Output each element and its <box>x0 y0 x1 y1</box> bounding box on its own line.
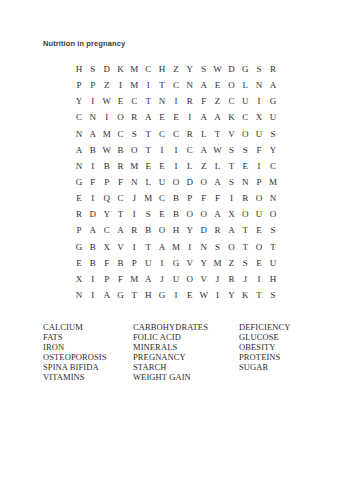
grid-cell-r12c3: X <box>100 239 114 255</box>
grid-cell-r11c5: R <box>127 222 141 238</box>
grid-cell-r6c4: B <box>114 142 128 158</box>
word-list-column-1: CALCIUMFATSIRONOSTEOPOROSISSPINA BIFIDAV… <box>43 322 133 383</box>
grid-cell-r4c3: I <box>100 109 114 125</box>
grid-cell-r7c3: B <box>100 158 114 174</box>
grid-cell-r4c5: R <box>127 109 141 125</box>
grid-cell-r4c2: N <box>86 109 100 125</box>
grid-cell-r2c13: L <box>238 77 252 93</box>
word-list-item: DEFICIENCY <box>239 322 319 332</box>
grid-cell-r8c2: F <box>86 174 100 190</box>
grid-cell-r9c6: M <box>141 190 155 206</box>
grid-cell-r1c3: D <box>100 61 114 77</box>
grid-cell-r3c5: C <box>127 93 141 109</box>
grid-cell-r12c7: A <box>155 239 169 255</box>
grid-cell-r14c9: O <box>183 271 197 287</box>
grid-cell-r11c9: Y <box>183 222 197 238</box>
grid-cell-r6c7: I <box>155 142 169 158</box>
grid-cell-r5c12: V <box>224 126 238 142</box>
grid-cell-r11c13: T <box>238 222 252 238</box>
grid-cell-r12c12: O <box>224 239 238 255</box>
word-list-item: CARBOHYDRATES <box>133 322 239 332</box>
grid-cell-r14c13: J <box>238 271 252 287</box>
grid-cell-r13c12: Z <box>224 255 238 271</box>
grid-cell-r14c8: U <box>169 271 183 287</box>
word-list-item: CALCIUM <box>43 322 133 332</box>
grid-cell-r5c7: C <box>155 126 169 142</box>
grid-cell-r15c13: K <box>238 287 252 303</box>
puzzle-title: Nutrition in pregnancy <box>43 39 125 48</box>
grid-cell-r15c7: G <box>155 287 169 303</box>
grid-cell-r1c10: S <box>197 61 211 77</box>
grid-cell-r6c5: O <box>127 142 141 158</box>
grid-cell-r4c10: A <box>197 109 211 125</box>
grid-cell-r12c2: B <box>86 239 100 255</box>
word-list-item: SUGAR <box>239 362 319 372</box>
grid-cell-r5c8: C <box>169 126 183 142</box>
grid-cell-r1c6: C <box>141 61 155 77</box>
grid-cell-r9c12: I <box>224 190 238 206</box>
grid-cell-r1c2: S <box>86 61 100 77</box>
grid-cell-r15c5: T <box>127 287 141 303</box>
grid-cell-r13c5: P <box>127 255 141 271</box>
grid-cell-r6c1: A <box>72 142 86 158</box>
grid-cell-r3c7: N <box>155 93 169 109</box>
grid-cell-r7c14: I <box>252 158 266 174</box>
grid-cell-r14c10: V <box>197 271 211 287</box>
grid-cell-r13c10: Y <box>197 255 211 271</box>
grid-cell-r2c5: M <box>127 77 141 93</box>
word-list-item: PREGNANCY <box>133 352 239 362</box>
grid-cell-r7c2: I <box>86 158 100 174</box>
grid-cell-r15c1: N <box>72 287 86 303</box>
grid-cell-r2c3: Z <box>100 77 114 93</box>
grid-cell-r5c9: R <box>183 126 197 142</box>
grid-cell-r11c10: D <box>197 222 211 238</box>
grid-cell-r6c13: S <box>238 142 252 158</box>
grid-cell-r3c15: G <box>266 93 280 109</box>
grid-cell-r14c5: M <box>127 271 141 287</box>
grid-cell-r4c4: O <box>114 109 128 125</box>
grid-cell-r4c1: C <box>72 109 86 125</box>
word-list-item: GLUCOSE <box>239 332 319 342</box>
grid-cell-r3c9: R <box>183 93 197 109</box>
grid-cell-r9c2: I <box>86 190 100 206</box>
grid-cell-r11c15: S <box>266 222 280 238</box>
grid-cell-r8c10: O <box>197 174 211 190</box>
grid-cell-r10c10: O <box>197 206 211 222</box>
grid-cell-r3c11: Z <box>211 93 225 109</box>
grid-cell-r13c6: U <box>141 255 155 271</box>
grid-cell-r11c3: C <box>100 222 114 238</box>
grid-cell-r10c1: R <box>72 206 86 222</box>
grid-cell-r10c2: D <box>86 206 100 222</box>
word-search-grid: HSDKMCHZYSWDGSRPPZIMITCNAEOLNAYIWECTNIRF… <box>72 61 280 303</box>
grid-cell-r13c15: U <box>266 255 280 271</box>
grid-cell-r10c13: O <box>238 206 252 222</box>
grid-cell-r10c4: T <box>114 206 128 222</box>
grid-cell-r2c15: A <box>266 77 280 93</box>
word-list-item: SPINA BIFIDA <box>43 362 133 372</box>
grid-cell-r13c11: M <box>211 255 225 271</box>
grid-cell-r6c15: Y <box>266 142 280 158</box>
grid-cell-r14c15: H <box>266 271 280 287</box>
grid-cell-r2c12: O <box>224 77 238 93</box>
grid-cell-r6c8: I <box>169 142 183 158</box>
grid-cell-r7c12: T <box>224 158 238 174</box>
grid-cell-r12c10: N <box>197 239 211 255</box>
grid-cell-r9c1: E <box>72 190 86 206</box>
grid-cell-r14c2: I <box>86 271 100 287</box>
grid-cell-r8c15: M <box>266 174 280 190</box>
grid-cell-r15c9: E <box>183 287 197 303</box>
grid-cell-r2c2: P <box>86 77 100 93</box>
grid-cell-r8c6: L <box>141 174 155 190</box>
grid-cell-r7c15: C <box>266 158 280 174</box>
word-list-item: WEIGHT GAIN <box>133 372 239 382</box>
grid-cell-r5c15: S <box>266 126 280 142</box>
grid-cell-r13c7: I <box>155 255 169 271</box>
grid-cell-r11c2: A <box>86 222 100 238</box>
grid-cell-r4c7: E <box>155 109 169 125</box>
grid-cell-r8c12: S <box>224 174 238 190</box>
grid-cell-r4c13: C <box>238 109 252 125</box>
grid-cell-r8c7: U <box>155 174 169 190</box>
grid-cell-r14c6: A <box>141 271 155 287</box>
grid-cell-r3c2: I <box>86 93 100 109</box>
grid-cell-r12c4: V <box>114 239 128 255</box>
grid-cell-r7c7: E <box>155 158 169 174</box>
grid-cell-r10c14: U <box>252 206 266 222</box>
grid-cell-r10c7: E <box>155 206 169 222</box>
word-list-item: VITAMINS <box>43 372 133 382</box>
grid-cell-r9c14: O <box>252 190 266 206</box>
grid-cell-r8c4: F <box>114 174 128 190</box>
grid-cell-r5c13: O <box>238 126 252 142</box>
grid-cell-r10c11: A <box>211 206 225 222</box>
grid-cell-r15c11: I <box>211 287 225 303</box>
grid-cell-r3c4: E <box>114 93 128 109</box>
word-list-item: FATS <box>43 332 133 342</box>
grid-cell-r6c11: W <box>211 142 225 158</box>
grid-cell-r1c8: Z <box>169 61 183 77</box>
grid-cell-r15c3: A <box>100 287 114 303</box>
grid-cell-r10c6: S <box>141 206 155 222</box>
worksheet-page: Nutrition in pregnancy HSDKMCHZYSWDGSRPP… <box>0 0 354 500</box>
grid-cell-r3c8: I <box>169 93 183 109</box>
grid-cell-r7c4: R <box>114 158 128 174</box>
word-list: CALCIUMFATSIRONOSTEOPOROSISSPINA BIFIDAV… <box>43 322 319 383</box>
grid-cell-r11c7: O <box>155 222 169 238</box>
grid-cell-r12c9: I <box>183 239 197 255</box>
grid-cell-r1c13: G <box>238 61 252 77</box>
grid-cell-r1c11: W <box>211 61 225 77</box>
word-list-item: MINERALS <box>133 342 239 352</box>
word-list-column-2: CARBOHYDRATESFOLIC ACIDMINERALSPREGNANCY… <box>133 322 239 383</box>
grid-cell-r8c3: P <box>100 174 114 190</box>
grid-cell-r3c3: W <box>100 93 114 109</box>
grid-cell-r7c6: E <box>141 158 155 174</box>
grid-cell-r14c3: P <box>100 271 114 287</box>
grid-cell-r9c11: F <box>211 190 225 206</box>
grid-cell-r4c8: E <box>169 109 183 125</box>
grid-cell-r7c9: L <box>183 158 197 174</box>
grid-cell-r11c14: E <box>252 222 266 238</box>
grid-cell-r3c14: I <box>252 93 266 109</box>
grid-cell-r7c8: I <box>169 158 183 174</box>
word-list-item: STARCH <box>133 362 239 372</box>
grid-cell-r2c11: E <box>211 77 225 93</box>
word-list-item: IRON <box>43 342 133 352</box>
grid-cell-r10c12: X <box>224 206 238 222</box>
grid-cell-r7c5: M <box>127 158 141 174</box>
grid-cell-r2c14: N <box>252 77 266 93</box>
grid-cell-r12c8: M <box>169 239 183 255</box>
grid-cell-r2c7: T <box>155 77 169 93</box>
grid-cell-r9c9: P <box>183 190 197 206</box>
grid-cell-r6c10: A <box>197 142 211 158</box>
grid-cell-r4c9: I <box>183 109 197 125</box>
grid-cell-r8c1: G <box>72 174 86 190</box>
grid-cell-r13c8: G <box>169 255 183 271</box>
grid-cell-r4c11: A <box>211 109 225 125</box>
word-list-item: PROTEINS <box>239 352 319 362</box>
grid-cell-r8c11: A <box>211 174 225 190</box>
grid-cell-r1c14: S <box>252 61 266 77</box>
grid-cell-r8c14: P <box>252 174 266 190</box>
grid-cell-r5c1: N <box>72 126 86 142</box>
grid-cell-r2c10: A <box>197 77 211 93</box>
grid-cell-r4c15: U <box>266 109 280 125</box>
grid-cell-r10c9: O <box>183 206 197 222</box>
grid-cell-r6c12: S <box>224 142 238 158</box>
grid-cell-r11c8: H <box>169 222 183 238</box>
grid-cell-r9c3: Q <box>100 190 114 206</box>
grid-cell-r14c11: J <box>211 271 225 287</box>
grid-cell-r7c10: Z <box>197 158 211 174</box>
grid-cell-r5c6: T <box>141 126 155 142</box>
grid-cell-r10c8: B <box>169 206 183 222</box>
grid-cell-r13c13: S <box>238 255 252 271</box>
grid-cell-r1c5: M <box>127 61 141 77</box>
grid-cell-r9c4: C <box>114 190 128 206</box>
grid-cell-r6c2: B <box>86 142 100 158</box>
grid-cell-r12c13: T <box>238 239 252 255</box>
grid-cell-r7c11: L <box>211 158 225 174</box>
grid-cell-r10c3: Y <box>100 206 114 222</box>
grid-cell-r8c9: D <box>183 174 197 190</box>
grid-cell-r2c9: N <box>183 77 197 93</box>
grid-cell-r8c5: N <box>127 174 141 190</box>
grid-cell-r15c6: H <box>141 287 155 303</box>
grid-cell-r14c14: I <box>252 271 266 287</box>
grid-cell-r14c12: R <box>224 271 238 287</box>
grid-cell-r15c15: S <box>266 287 280 303</box>
grid-cell-r13c1: E <box>72 255 86 271</box>
grid-cell-r9c15: N <box>266 190 280 206</box>
grid-cell-r1c15: R <box>266 61 280 77</box>
grid-cell-r10c15: O <box>266 206 280 222</box>
word-list-column-3: DEFICIENCYGLUCOSEOBESITYPROTEINSSUGAR <box>239 322 319 383</box>
grid-cell-r9c10: F <box>197 190 211 206</box>
grid-cell-r3c1: Y <box>72 93 86 109</box>
grid-cell-r14c4: F <box>114 271 128 287</box>
grid-cell-r12c14: O <box>252 239 266 255</box>
grid-cell-r14c1: X <box>72 271 86 287</box>
grid-cell-r8c8: O <box>169 174 183 190</box>
grid-cell-r9c13: R <box>238 190 252 206</box>
grid-cell-r6c14: F <box>252 142 266 158</box>
grid-cell-r1c9: Y <box>183 61 197 77</box>
grid-cell-r13c4: B <box>114 255 128 271</box>
grid-cell-r2c1: P <box>72 77 86 93</box>
grid-cell-r11c12: A <box>224 222 238 238</box>
grid-cell-r9c5: J <box>127 190 141 206</box>
grid-cell-r11c1: P <box>72 222 86 238</box>
word-list-item: OBESITY <box>239 342 319 352</box>
grid-cell-r4c6: A <box>141 109 155 125</box>
grid-cell-r4c14: X <box>252 109 266 125</box>
grid-cell-r11c6: B <box>141 222 155 238</box>
grid-cell-r6c9: C <box>183 142 197 158</box>
grid-cell-r13c14: E <box>252 255 266 271</box>
grid-cell-r13c3: F <box>100 255 114 271</box>
grid-cell-r11c4: A <box>114 222 128 238</box>
grid-cell-r13c9: V <box>183 255 197 271</box>
grid-cell-r7c1: N <box>72 158 86 174</box>
grid-cell-r5c5: S <box>127 126 141 142</box>
grid-cell-r9c8: B <box>169 190 183 206</box>
grid-cell-r1c7: H <box>155 61 169 77</box>
grid-cell-r3c12: C <box>224 93 238 109</box>
grid-cell-r9c7: C <box>155 190 169 206</box>
grid-cell-r1c4: K <box>114 61 128 77</box>
grid-cell-r15c12: Y <box>224 287 238 303</box>
grid-cell-r6c3: W <box>100 142 114 158</box>
grid-cell-r3c6: T <box>141 93 155 109</box>
grid-cell-r12c15: T <box>266 239 280 255</box>
grid-cell-r3c10: F <box>197 93 211 109</box>
grid-cell-r10c5: I <box>127 206 141 222</box>
grid-cell-r11c11: R <box>211 222 225 238</box>
grid-cell-r8c13: N <box>238 174 252 190</box>
grid-cell-r5c3: M <box>100 126 114 142</box>
grid-cell-r12c5: I <box>127 239 141 255</box>
grid-cell-r15c2: I <box>86 287 100 303</box>
grid-cell-r15c8: I <box>169 287 183 303</box>
grid-cell-r12c11: S <box>211 239 225 255</box>
grid-cell-r5c4: C <box>114 126 128 142</box>
grid-cell-r5c2: A <box>86 126 100 142</box>
grid-cell-r15c4: G <box>114 287 128 303</box>
grid-cell-r7c13: E <box>238 158 252 174</box>
grid-cell-r12c1: G <box>72 239 86 255</box>
grid-cell-r4c12: K <box>224 109 238 125</box>
grid-cell-r5c11: T <box>211 126 225 142</box>
grid-cell-r6c6: T <box>141 142 155 158</box>
word-list-item: OSTEOPOROSIS <box>43 352 133 362</box>
grid-cell-r2c4: I <box>114 77 128 93</box>
grid-cell-r2c6: I <box>141 77 155 93</box>
grid-cell-r15c14: T <box>252 287 266 303</box>
grid-cell-r13c2: B <box>86 255 100 271</box>
grid-cell-r3c13: U <box>238 93 252 109</box>
grid-cell-r15c10: W <box>197 287 211 303</box>
grid-cell-r5c10: L <box>197 126 211 142</box>
word-list-item: FOLIC ACID <box>133 332 239 342</box>
grid-cell-r5c14: U <box>252 126 266 142</box>
grid-cell-r14c7: J <box>155 271 169 287</box>
grid-cell-r1c12: D <box>224 61 238 77</box>
grid-cell-r1c1: H <box>72 61 86 77</box>
grid-cell-r2c8: C <box>169 77 183 93</box>
grid-cell-r12c6: T <box>141 239 155 255</box>
